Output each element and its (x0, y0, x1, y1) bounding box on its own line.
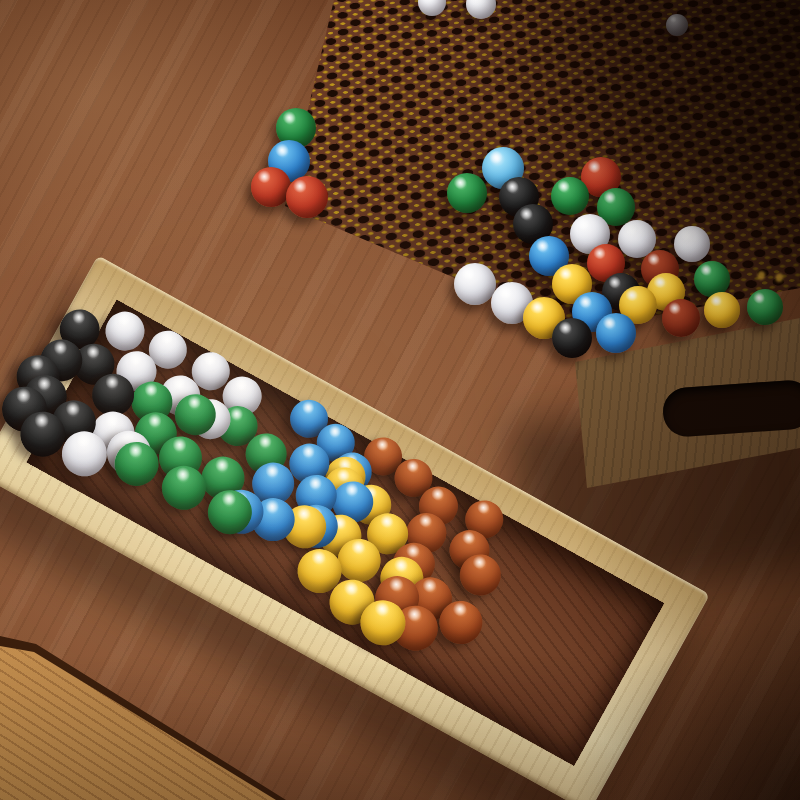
board-marbles-layer (0, 0, 800, 800)
marble-blue[interactable] (596, 313, 636, 353)
marble-red[interactable] (286, 176, 328, 218)
scene (0, 0, 800, 800)
marble-white[interactable] (674, 226, 710, 262)
marble-yellow[interactable] (704, 292, 740, 328)
marble-green[interactable] (747, 289, 783, 325)
marble-gray[interactable] (666, 14, 688, 36)
marble-green[interactable] (551, 177, 589, 215)
marble-green[interactable] (447, 173, 487, 213)
marble-black[interactable] (552, 318, 592, 358)
marble-white[interactable] (466, 0, 496, 19)
marble-red[interactable] (251, 167, 291, 207)
marble-white[interactable] (454, 263, 496, 305)
marble-white[interactable] (418, 0, 446, 16)
marble-darkred[interactable] (662, 299, 700, 337)
